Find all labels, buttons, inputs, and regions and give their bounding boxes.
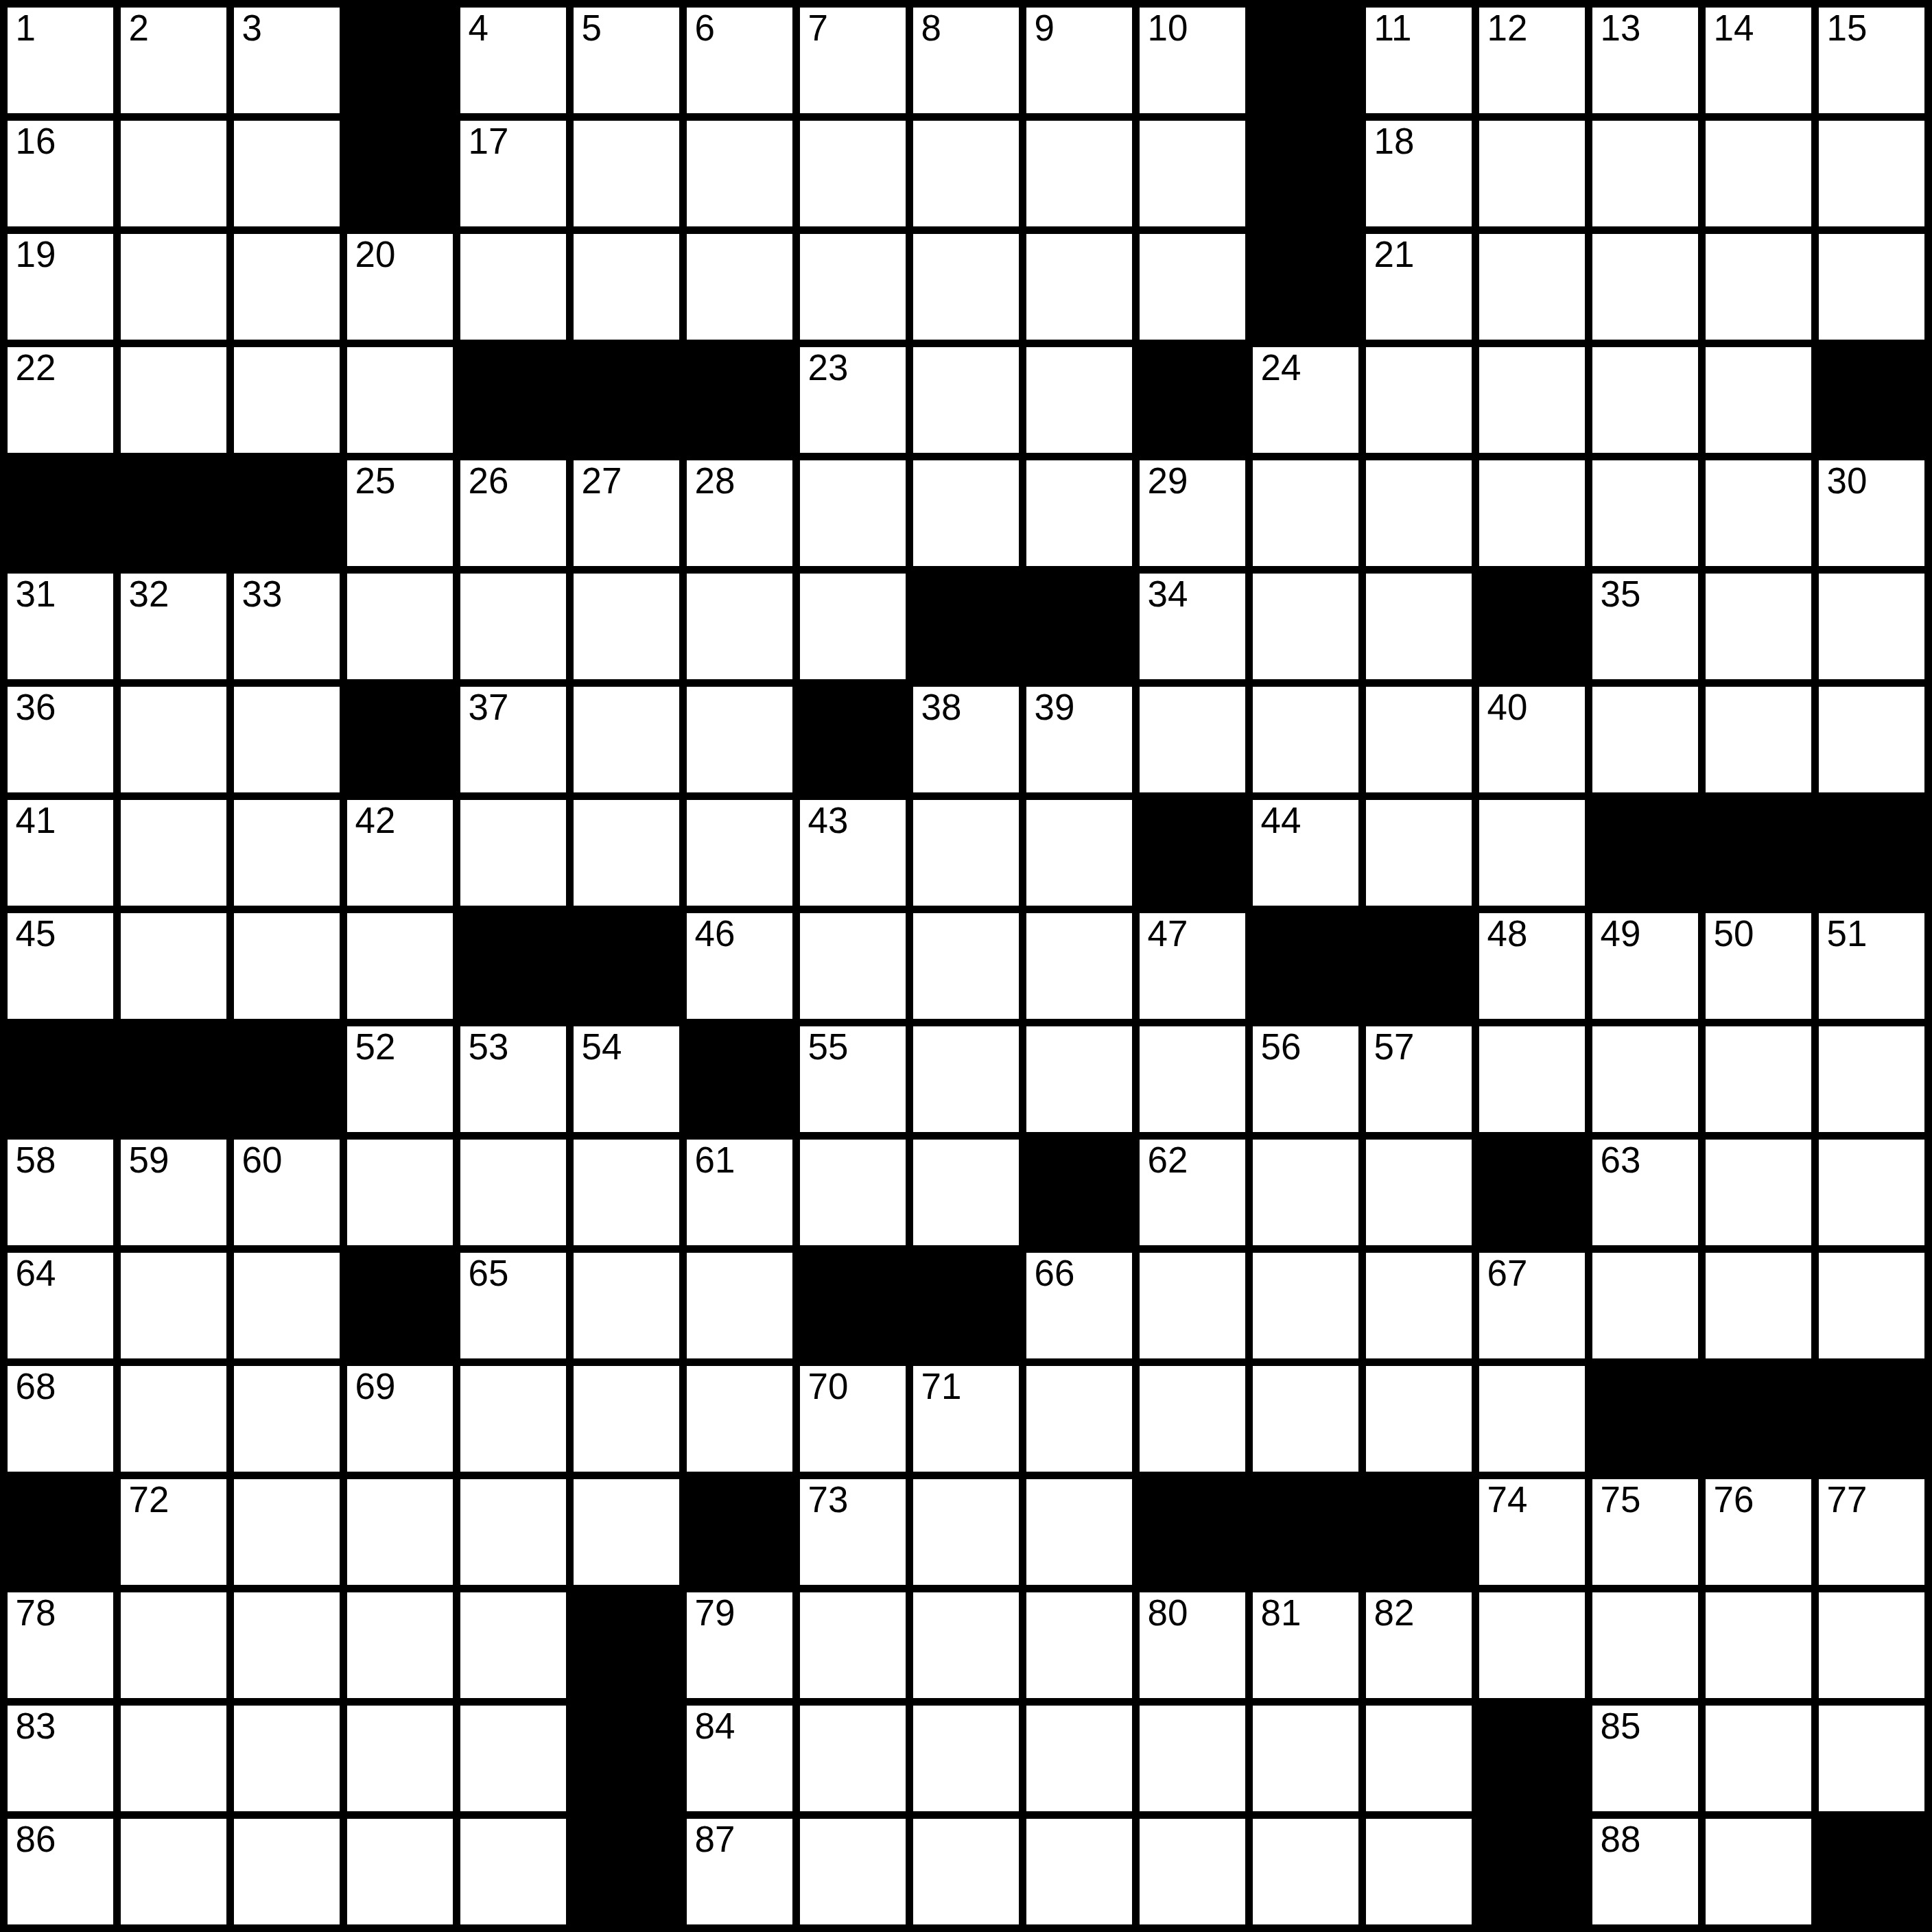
cell-r4c15[interactable] [1592,347,1698,453]
cell-r12c15[interactable] [1592,1253,1698,1358]
cell-r15c16[interactable] [1706,1592,1811,1698]
cell-r2c6[interactable] [574,121,679,226]
cell-r4c1[interactable]: 22 [8,347,113,453]
cell-r17c10[interactable] [1026,1819,1132,1924]
cell-r6c12[interactable] [1253,574,1358,679]
cell-r6c6[interactable] [574,574,679,679]
clue-number: 82 [1374,1594,1415,1632]
cell-r17c8[interactable] [800,1819,906,1924]
cell-r15c17[interactable] [1819,1592,1924,1698]
cell-r2c13[interactable]: 18 [1366,121,1472,226]
cell-r16c16[interactable] [1706,1706,1811,1811]
cell-r7c12[interactable] [1253,687,1358,792]
cell-r14c3[interactable] [234,1479,340,1585]
cell-r13c8[interactable]: 70 [800,1366,906,1472]
cell-r3c9[interactable] [913,234,1019,340]
cell-r10c5[interactable]: 53 [460,1026,566,1132]
cell-r8c4[interactable]: 42 [347,800,453,906]
clue-number: 41 [16,801,56,840]
cell-r13c9[interactable]: 71 [913,1366,1019,1472]
cell-r8c2[interactable] [121,800,226,906]
cell-r15c9[interactable] [913,1592,1019,1698]
cell-r5c11[interactable]: 29 [1140,460,1245,566]
clue-number: 84 [695,1707,735,1745]
clue-number: 35 [1601,575,1641,613]
cell-r1c13[interactable]: 11 [1366,8,1472,113]
cell-r14c2[interactable]: 72 [121,1479,226,1585]
cell-r14c1 [8,1479,113,1585]
cell-r8c5[interactable] [460,800,566,906]
cell-r5c6[interactable]: 27 [574,460,679,566]
cell-r8c3[interactable] [234,800,340,906]
clue-number: 77 [1827,1481,1868,1519]
cell-r3c17[interactable] [1819,234,1924,340]
clue-number: 69 [355,1367,396,1406]
cell-r12c1[interactable]: 64 [8,1253,113,1358]
cell-r5c12[interactable] [1253,460,1358,566]
cell-r15c5[interactable] [460,1592,566,1698]
cell-r13c1[interactable]: 68 [8,1366,113,1472]
cell-r2c10[interactable] [1026,121,1132,226]
cell-r2c3[interactable] [234,121,340,226]
cell-r13c5[interactable] [460,1366,566,1472]
clue-number: 16 [16,122,56,161]
cell-r5c10[interactable] [1026,460,1132,566]
cell-r10c6[interactable]: 54 [574,1026,679,1132]
cell-r10c1 [8,1026,113,1132]
cell-r14c15[interactable]: 75 [1592,1479,1698,1585]
clue-number: 5 [582,9,602,47]
cell-r4c11 [1140,347,1245,453]
cell-r3c12 [1253,234,1358,340]
cell-r14c10[interactable] [1026,1479,1132,1585]
cell-r7c5[interactable]: 37 [460,687,566,792]
cell-r11c17[interactable] [1819,1140,1924,1245]
cell-r2c16[interactable] [1706,121,1811,226]
cell-r15c13[interactable]: 82 [1366,1592,1472,1698]
cell-r4c3[interactable] [234,347,340,453]
cell-r12c2[interactable] [121,1253,226,1358]
cell-r4c4[interactable] [347,347,453,453]
cell-r6c11[interactable]: 34 [1140,574,1245,679]
cell-r5c4[interactable]: 25 [347,460,453,566]
cell-r9c5 [460,913,566,1019]
cell-r6c13[interactable] [1366,574,1472,679]
cell-r11c15[interactable]: 63 [1592,1140,1698,1245]
cell-r14c5[interactable] [460,1479,566,1585]
clue-number: 73 [808,1481,849,1519]
cell-r8c10[interactable] [1026,800,1132,906]
cell-r6c5[interactable] [460,574,566,679]
cell-r6c16[interactable] [1706,574,1811,679]
cell-r5c5[interactable]: 26 [460,460,566,566]
cell-r2c11[interactable] [1140,121,1245,226]
cell-r13c4[interactable]: 69 [347,1366,453,1472]
cell-r3c15[interactable] [1592,234,1698,340]
cell-r12c6[interactable] [574,1253,679,1358]
cell-r17c11[interactable] [1140,1819,1245,1924]
cell-r2c7[interactable] [687,121,792,226]
cell-r15c2[interactable] [121,1592,226,1698]
cell-r7c7[interactable] [687,687,792,792]
cell-r13c15 [1592,1366,1698,1472]
clue-number: 75 [1601,1481,1641,1519]
cell-r14c9[interactable] [913,1479,1019,1585]
cell-r4c8[interactable]: 23 [800,347,906,453]
clue-number: 66 [1035,1254,1075,1293]
cell-r2c5[interactable]: 17 [460,121,566,226]
clue-number: 45 [16,915,56,953]
cell-r6c3[interactable]: 33 [234,574,340,679]
cell-r7c17[interactable] [1819,687,1924,792]
cell-r1c3[interactable]: 3 [234,8,340,113]
clue-number: 62 [1148,1141,1188,1179]
cell-r3c1[interactable]: 19 [8,234,113,340]
cell-r8c12[interactable]: 44 [1253,800,1358,906]
cell-r5c3 [234,460,340,566]
cell-r6c15[interactable]: 35 [1592,574,1698,679]
cell-r13c14[interactable] [1479,1366,1585,1472]
cell-r10c15[interactable] [1592,1026,1698,1132]
cell-r1c9[interactable]: 8 [913,8,1019,113]
cell-r11c14 [1479,1140,1585,1245]
cell-r8c8[interactable]: 43 [800,800,906,906]
cell-r10c10[interactable] [1026,1026,1132,1132]
cell-r16c10[interactable] [1026,1706,1132,1811]
cell-r15c11[interactable]: 80 [1140,1592,1245,1698]
cell-r2c14[interactable] [1479,121,1585,226]
cell-r16c1[interactable]: 83 [8,1706,113,1811]
cell-r13c6[interactable] [574,1366,679,1472]
cell-r9c11[interactable]: 47 [1140,913,1245,1019]
cell-r4c12[interactable]: 24 [1253,347,1358,453]
clue-number: 46 [695,915,735,953]
cell-r17c9[interactable] [913,1819,1019,1924]
cell-r3c14[interactable] [1479,234,1585,340]
cell-r16c4[interactable] [347,1706,453,1811]
cell-r17c16[interactable] [1706,1819,1811,1924]
cell-r11c13[interactable] [1366,1140,1472,1245]
cell-r11c6[interactable] [574,1140,679,1245]
cell-r5c14[interactable] [1479,460,1585,566]
cell-r10c13[interactable]: 57 [1366,1026,1472,1132]
cell-r4c13[interactable] [1366,347,1472,453]
cell-r16c9[interactable] [913,1706,1019,1811]
cell-r8c6[interactable] [574,800,679,906]
cell-r14c8[interactable]: 73 [800,1479,906,1585]
cell-r15c4[interactable] [347,1592,453,1698]
cell-r17c12[interactable] [1253,1819,1358,1924]
cell-r2c9[interactable] [913,121,1019,226]
cell-r8c1[interactable]: 41 [8,800,113,906]
cell-r4c14[interactable] [1479,347,1585,453]
cell-r16c7[interactable]: 84 [687,1706,792,1811]
cell-r7c3[interactable] [234,687,340,792]
cell-r1c6[interactable]: 5 [574,8,679,113]
cell-r17c2[interactable] [121,1819,226,1924]
cell-r6c17[interactable] [1819,574,1924,679]
cell-r7c10[interactable]: 39 [1026,687,1132,792]
clue-number: 58 [16,1141,56,1179]
cell-r3c16[interactable] [1706,234,1811,340]
cell-r6c14 [1479,574,1585,679]
cell-r2c2[interactable] [121,121,226,226]
cell-r11c5[interactable] [460,1140,566,1245]
cell-r12c12[interactable] [1253,1253,1358,1358]
cell-r17c3[interactable] [234,1819,340,1924]
cell-r1c1[interactable]: 1 [8,8,113,113]
clue-number: 68 [16,1367,56,1406]
cell-r8c15 [1592,800,1698,906]
cell-r1c17[interactable]: 15 [1819,8,1924,113]
cell-r1c16[interactable]: 14 [1706,8,1811,113]
clue-number: 60 [242,1141,283,1179]
cell-r15c10[interactable] [1026,1592,1132,1698]
cell-r17c5[interactable] [460,1819,566,1924]
cell-r6c8[interactable] [800,574,906,679]
cell-r5c7[interactable]: 28 [687,460,792,566]
cell-r16c3[interactable] [234,1706,340,1811]
cell-r2c12 [1253,121,1358,226]
cell-r11c9[interactable] [913,1140,1019,1245]
cell-r15c12[interactable]: 81 [1253,1592,1358,1698]
cell-r11c16[interactable] [1706,1140,1811,1245]
cell-r1c2[interactable]: 2 [121,8,226,113]
cell-r12c11[interactable] [1140,1253,1245,1358]
cell-r10c12[interactable]: 56 [1253,1026,1358,1132]
cell-r12c3[interactable] [234,1253,340,1358]
cell-r16c17[interactable] [1819,1706,1924,1811]
cell-r9c2[interactable] [121,913,226,1019]
cell-r3c4[interactable]: 20 [347,234,453,340]
cell-r8c13[interactable] [1366,800,1472,906]
cell-r4c9[interactable] [913,347,1019,453]
cell-r1c7[interactable]: 6 [687,8,792,113]
clue-number: 28 [695,462,735,500]
clue-number: 74 [1487,1481,1528,1519]
cell-r5c15[interactable] [1592,460,1698,566]
clue-number: 88 [1601,1820,1641,1859]
clue-number: 44 [1261,801,1301,840]
cell-r9c7[interactable]: 46 [687,913,792,1019]
cell-r1c11[interactable]: 10 [1140,8,1245,113]
cell-r9c16[interactable]: 50 [1706,913,1811,1019]
cell-r5c9[interactable] [913,460,1019,566]
cell-r11c7[interactable]: 61 [687,1140,792,1245]
clue-number: 18 [1374,122,1415,161]
cell-r9c14[interactable]: 48 [1479,913,1585,1019]
clue-number: 20 [355,235,396,274]
cell-r9c10[interactable] [1026,913,1132,1019]
cell-r12c5[interactable]: 65 [460,1253,566,1358]
cell-r7c15[interactable] [1592,687,1698,792]
cell-r9c6 [574,913,679,1019]
cell-r10c4[interactable]: 52 [347,1026,453,1132]
cell-r7c6[interactable] [574,687,679,792]
cell-r9c17[interactable]: 51 [1819,913,1924,1019]
cell-r7c9[interactable]: 38 [913,687,1019,792]
cell-r9c9[interactable] [913,913,1019,1019]
cell-r3c10[interactable] [1026,234,1132,340]
cell-r9c8[interactable] [800,913,906,1019]
cell-r1c14[interactable]: 12 [1479,8,1585,113]
cell-r11c10 [1026,1140,1132,1245]
cell-r3c11[interactable] [1140,234,1245,340]
cell-r13c3[interactable] [234,1366,340,1472]
cell-r11c12[interactable] [1253,1140,1358,1245]
cell-r9c15[interactable]: 49 [1592,913,1698,1019]
cell-r6c1[interactable]: 31 [8,574,113,679]
clue-number: 43 [808,801,849,840]
cell-r13c12[interactable] [1253,1366,1358,1472]
clue-number: 56 [1261,1028,1301,1066]
cell-r13c10[interactable] [1026,1366,1132,1472]
clue-number: 4 [469,9,488,47]
clue-number: 38 [921,688,962,727]
cell-r16c11[interactable] [1140,1706,1245,1811]
cell-r12c10[interactable]: 66 [1026,1253,1132,1358]
cell-r7c16[interactable] [1706,687,1811,792]
cell-r1c12 [1253,8,1358,113]
clue-number: 65 [469,1254,509,1293]
cell-r12c14[interactable]: 67 [1479,1253,1585,1358]
cell-r11c2[interactable]: 59 [121,1140,226,1245]
cell-r11c8[interactable] [800,1140,906,1245]
cell-r11c1[interactable]: 58 [8,1140,113,1245]
cell-r3c5[interactable] [460,234,566,340]
cell-r1c5[interactable]: 4 [460,8,566,113]
cell-r12c7[interactable] [687,1253,792,1358]
cell-r13c13[interactable] [1366,1366,1472,1472]
cell-r15c8[interactable] [800,1592,906,1698]
cell-r8c9[interactable] [913,800,1019,906]
cell-r15c7[interactable]: 79 [687,1592,792,1698]
cell-r4c17 [1819,347,1924,453]
cell-r1c10[interactable]: 9 [1026,8,1132,113]
cell-r12c4 [347,1253,453,1358]
cell-r13c2[interactable] [121,1366,226,1472]
cell-r14c14[interactable]: 74 [1479,1479,1585,1585]
cell-r10c17[interactable] [1819,1026,1924,1132]
cell-r2c1[interactable]: 16 [8,121,113,226]
cell-r10c14[interactable] [1479,1026,1585,1132]
cell-r16c8[interactable] [800,1706,906,1811]
cell-r13c11[interactable] [1140,1366,1245,1472]
cell-r11c3[interactable]: 60 [234,1140,340,1245]
cell-r7c14[interactable]: 40 [1479,687,1585,792]
clue-number: 19 [16,235,56,274]
cell-r7c13[interactable] [1366,687,1472,792]
cell-r16c5[interactable] [460,1706,566,1811]
cell-r2c17[interactable] [1819,121,1924,226]
cell-r4c16[interactable] [1706,347,1811,453]
cell-r8c11 [1140,800,1245,906]
cell-r10c8[interactable]: 55 [800,1026,906,1132]
cell-r9c12 [1253,913,1358,1019]
clue-number: 76 [1714,1481,1754,1519]
cell-r14c16[interactable]: 76 [1706,1479,1811,1585]
clue-number: 53 [469,1028,509,1066]
cell-r15c1[interactable]: 78 [8,1592,113,1698]
cell-r1c4 [347,8,453,113]
clue-number: 23 [808,349,849,387]
cell-r5c16[interactable] [1706,460,1811,566]
clue-number: 37 [469,688,509,727]
cell-r16c13[interactable] [1366,1706,1472,1811]
cell-r16c2[interactable] [121,1706,226,1811]
cell-r7c11[interactable] [1140,687,1245,792]
cell-r3c13[interactable]: 21 [1366,234,1472,340]
cell-r2c8[interactable] [800,121,906,226]
cell-r12c17[interactable] [1819,1253,1924,1358]
cell-r15c14[interactable] [1479,1592,1585,1698]
cell-r14c4[interactable] [347,1479,453,1585]
cell-r12c16[interactable] [1706,1253,1811,1358]
cell-r14c13 [1366,1479,1472,1585]
cell-r15c3[interactable] [234,1592,340,1698]
cell-r2c15[interactable] [1592,121,1698,226]
cell-r6c2[interactable]: 32 [121,574,226,679]
cell-r3c6[interactable] [574,234,679,340]
cell-r5c17[interactable]: 30 [1819,460,1924,566]
cell-r16c15[interactable]: 85 [1592,1706,1698,1811]
cell-r6c4[interactable] [347,574,453,679]
cell-r5c8[interactable] [800,460,906,566]
cell-r10c11[interactable] [1140,1026,1245,1132]
cell-r9c1[interactable]: 45 [8,913,113,1019]
cell-r3c2[interactable] [121,234,226,340]
cell-r11c4[interactable] [347,1140,453,1245]
cell-r3c7[interactable] [687,234,792,340]
cell-r17c4[interactable] [347,1819,453,1924]
cell-r11c11[interactable]: 62 [1140,1140,1245,1245]
cell-r1c15[interactable]: 13 [1592,8,1698,113]
clue-number: 85 [1601,1707,1641,1745]
cell-r5c13[interactable] [1366,460,1472,566]
clue-number: 26 [469,462,509,500]
cell-r7c1[interactable]: 36 [8,687,113,792]
clue-number: 50 [1714,915,1754,953]
cell-r3c8[interactable] [800,234,906,340]
cell-r8c14[interactable] [1479,800,1585,906]
cell-r14c6[interactable] [574,1479,679,1585]
cell-r13c7[interactable] [687,1366,792,1472]
cell-r6c7[interactable] [687,574,792,679]
cell-r3c3[interactable] [234,234,340,340]
cell-r16c12[interactable] [1253,1706,1358,1811]
cell-r1c8[interactable]: 7 [800,8,906,113]
cell-r9c4[interactable] [347,913,453,1019]
cell-r13c16 [1706,1366,1811,1472]
cell-r4c10[interactable] [1026,347,1132,453]
cell-r17c1[interactable]: 86 [8,1819,113,1924]
cell-r4c2[interactable] [121,347,226,453]
clue-number: 21 [1374,235,1415,274]
clue-number: 2 [129,9,149,47]
cell-r17c15[interactable]: 88 [1592,1819,1698,1924]
cell-r7c2[interactable] [121,687,226,792]
cell-r12c13[interactable] [1366,1253,1472,1358]
cell-r10c16[interactable] [1706,1026,1811,1132]
cell-r9c3[interactable] [234,913,340,1019]
cell-r15c15[interactable] [1592,1592,1698,1698]
cell-r8c7[interactable] [687,800,792,906]
cell-r14c17[interactable]: 77 [1819,1479,1924,1585]
cell-r9c13 [1366,913,1472,1019]
cell-r17c7[interactable]: 87 [687,1819,792,1924]
cell-r17c13[interactable] [1366,1819,1472,1924]
cell-r10c9[interactable] [913,1026,1019,1132]
